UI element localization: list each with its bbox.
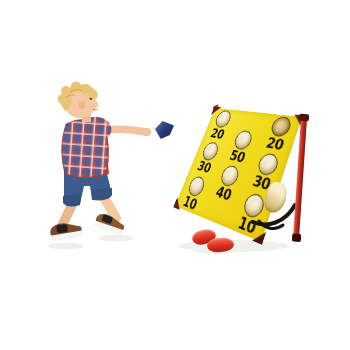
foot-shadow [98, 235, 134, 242]
foot-shadow [48, 243, 84, 250]
ear [79, 101, 85, 109]
hole-label: 10 [182, 194, 199, 211]
hole-label: 30 [196, 160, 213, 175]
mouth [93, 109, 98, 110]
nose [95, 101, 99, 108]
hole-left-20[interactable] [213, 110, 233, 129]
hole-label: 40 [214, 185, 233, 203]
hole-label: 20 [209, 127, 226, 140]
shorts-cuff [63, 194, 81, 207]
back-sandal [49, 221, 84, 241]
child-throwing-figure [46, 84, 150, 248]
scene: 20 30 10 50 40 20 [0, 0, 350, 350]
hole-label: 50 [228, 149, 247, 165]
hole-cell-right-20[interactable]: 20 [256, 114, 302, 156]
hole-middle-50[interactable] [233, 129, 255, 150]
hand [143, 128, 151, 136]
tan-bean-bag-in-hole[interactable] [273, 120, 289, 134]
blue-bean-bag[interactable] [155, 121, 174, 139]
shorts-cuff [92, 188, 112, 200]
hole-label: 20 [265, 136, 286, 152]
